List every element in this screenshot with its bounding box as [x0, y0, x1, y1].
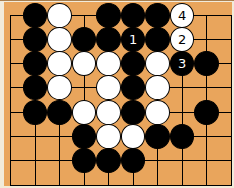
board-intersection[interactable]: 1	[121, 27, 146, 51]
black-stone	[72, 124, 97, 149]
board-intersection[interactable]	[219, 3, 232, 27]
board-intersection[interactable]	[72, 76, 97, 100]
white-stone	[96, 124, 121, 149]
board-intersection[interactable]	[219, 173, 232, 186]
white-stone	[96, 75, 121, 100]
black-stone	[23, 3, 48, 28]
white-stone: 4	[170, 3, 195, 28]
board-intersection[interactable]	[194, 27, 219, 51]
board-intersection[interactable]: 2	[170, 27, 195, 51]
board-intersection[interactable]	[219, 100, 232, 124]
board-intersection[interactable]	[121, 149, 146, 173]
white-stone	[96, 100, 121, 125]
white-stone	[47, 75, 72, 100]
board-intersection[interactable]	[170, 124, 195, 148]
white-stone	[121, 124, 146, 149]
board-intersection[interactable]	[145, 3, 170, 27]
board-intersection[interactable]	[219, 124, 232, 148]
white-stone	[145, 75, 170, 100]
board-intersection[interactable]	[96, 3, 121, 27]
move-number-label: 4	[178, 9, 186, 22]
board-intersection[interactable]	[194, 124, 219, 148]
board-intersection[interactable]	[170, 100, 195, 124]
board-intersection[interactable]	[145, 149, 170, 173]
board-intersection[interactable]	[4, 100, 23, 124]
white-stone	[47, 51, 72, 76]
board-intersection[interactable]	[145, 173, 170, 186]
board-intersection[interactable]	[23, 149, 48, 173]
move-number-label: 1	[129, 33, 137, 46]
black-stone	[121, 3, 146, 28]
go-board[interactable]: 4123	[4, 2, 232, 186]
black-stone	[96, 148, 121, 173]
board-intersection[interactable]	[194, 76, 219, 100]
black-stone: 3	[170, 51, 195, 76]
board-intersection[interactable]	[72, 27, 97, 51]
board-intersection[interactable]	[47, 27, 72, 51]
black-stone	[96, 27, 121, 52]
black-stone	[145, 3, 170, 28]
black-stone: 1	[121, 27, 146, 52]
white-stone	[47, 27, 72, 52]
board-intersection[interactable]	[23, 100, 48, 124]
board-intersection[interactable]	[145, 76, 170, 100]
white-stone	[145, 51, 170, 76]
board-intersection[interactable]	[47, 3, 72, 27]
black-stone	[47, 100, 72, 125]
board-intersection[interactable]	[23, 27, 48, 51]
board-intersection[interactable]	[47, 51, 72, 75]
white-stone	[96, 51, 121, 76]
black-stone	[121, 148, 146, 173]
black-stone	[23, 51, 48, 76]
board-intersection[interactable]	[121, 51, 146, 75]
black-stone	[170, 124, 195, 149]
black-stone	[72, 148, 97, 173]
board-intersection[interactable]	[96, 124, 121, 148]
board-intersection[interactable]	[145, 51, 170, 75]
board-intersection[interactable]	[4, 3, 23, 27]
board-intersection[interactable]	[145, 124, 170, 148]
board-intersection[interactable]	[23, 124, 48, 148]
board-intersection[interactable]	[194, 173, 219, 186]
board-intersection[interactable]	[194, 149, 219, 173]
board-intersection[interactable]	[96, 51, 121, 75]
board-intersection[interactable]	[121, 173, 146, 186]
board-intersection[interactable]	[96, 76, 121, 100]
board-intersection[interactable]	[4, 51, 23, 75]
black-stone	[121, 100, 146, 125]
board-intersection[interactable]	[47, 173, 72, 186]
board-intersection[interactable]	[4, 124, 23, 148]
board-intersection[interactable]	[219, 76, 232, 100]
white-stone	[72, 51, 97, 76]
board-intersection[interactable]	[72, 100, 97, 124]
board-intersection[interactable]	[194, 100, 219, 124]
board-intersection[interactable]	[170, 173, 195, 186]
black-stone	[145, 124, 170, 149]
board-intersection[interactable]	[219, 51, 232, 75]
board-intersection[interactable]	[96, 100, 121, 124]
board-intersection[interactable]	[219, 149, 232, 173]
board-intersection[interactable]	[170, 149, 195, 173]
black-stone	[145, 27, 170, 52]
board-intersection[interactable]	[72, 51, 97, 75]
board-intersection[interactable]	[4, 149, 23, 173]
board-intersection[interactable]	[47, 76, 72, 100]
board-intersection[interactable]	[72, 3, 97, 27]
black-stone	[23, 100, 48, 125]
board-intersection[interactable]	[23, 173, 48, 186]
board-intersection[interactable]	[121, 124, 146, 148]
diagram-top-border	[0, 0, 234, 1]
board-intersection[interactable]	[121, 76, 146, 100]
move-number-label: 3	[178, 57, 186, 70]
white-stone	[145, 100, 170, 125]
board-intersection[interactable]: 4	[170, 3, 195, 27]
black-stone	[121, 75, 146, 100]
board-intersection[interactable]	[4, 173, 23, 186]
board-intersection[interactable]	[47, 100, 72, 124]
board-intersection[interactable]	[96, 173, 121, 186]
white-stone: 2	[170, 27, 195, 52]
white-stone	[72, 100, 97, 125]
white-stone	[47, 3, 72, 28]
black-stone	[23, 75, 48, 100]
black-stone	[194, 100, 219, 125]
board-intersection[interactable]	[121, 100, 146, 124]
board-intersection[interactable]	[145, 27, 170, 51]
board-intersection[interactable]	[194, 51, 219, 75]
move-number-label: 2	[178, 33, 186, 46]
board-intersection[interactable]	[170, 76, 195, 100]
black-stone	[96, 3, 121, 28]
board-intersection[interactable]	[72, 124, 97, 148]
board-intersection[interactable]	[72, 173, 97, 186]
black-stone	[72, 27, 97, 52]
board-intersection[interactable]	[23, 51, 48, 75]
board-intersection[interactable]	[4, 76, 23, 100]
board-intersection[interactable]	[72, 149, 97, 173]
board-intersection[interactable]	[96, 149, 121, 173]
board-intersection[interactable]	[219, 27, 232, 51]
board-intersection[interactable]	[145, 100, 170, 124]
board-intersection[interactable]	[23, 3, 48, 27]
stones-grid: 4123	[4, 3, 232, 186]
board-intersection[interactable]	[23, 76, 48, 100]
board-intersection[interactable]	[96, 27, 121, 51]
board-intersection[interactable]	[194, 3, 219, 27]
go-diagram: 4123	[0, 0, 234, 188]
board-intersection[interactable]	[47, 124, 72, 148]
board-intersection[interactable]	[121, 3, 146, 27]
black-stone	[121, 51, 146, 76]
board-intersection[interactable]	[4, 27, 23, 51]
black-stone	[23, 27, 48, 52]
black-stone	[194, 51, 219, 76]
board-intersection[interactable]	[47, 149, 72, 173]
board-intersection[interactable]: 3	[170, 51, 195, 75]
